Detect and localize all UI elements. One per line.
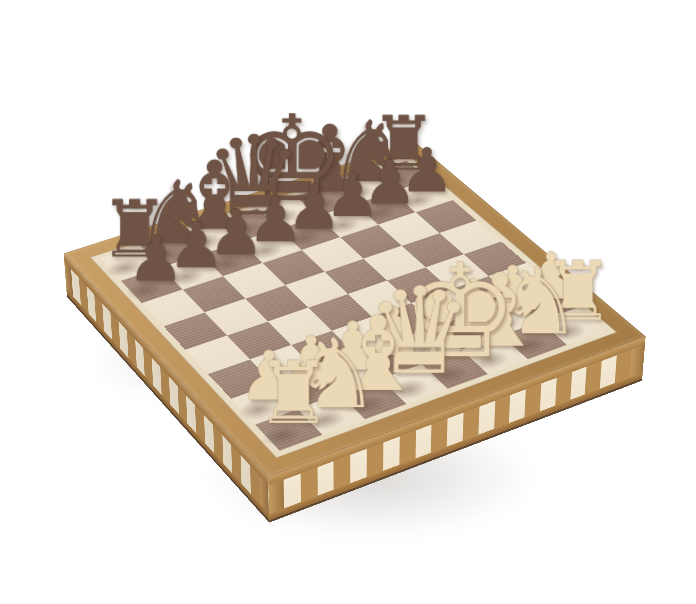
piece-white-rook-a1[interactable]: ♜ — [208, 353, 380, 435]
square-a7[interactable]: ♟ — [121, 267, 183, 303]
square-a1[interactable]: ♜ — [255, 409, 323, 451]
piece-black-pawn-a7[interactable]: ♟ — [76, 229, 236, 290]
product-photo-scene: ♜♞♝♛♚♝♞♜♟♟♟♟♟♟♟♟♟♟♟♟♟♟♟♟♜♞♝♛♚♝♞♜ — [0, 0, 696, 604]
